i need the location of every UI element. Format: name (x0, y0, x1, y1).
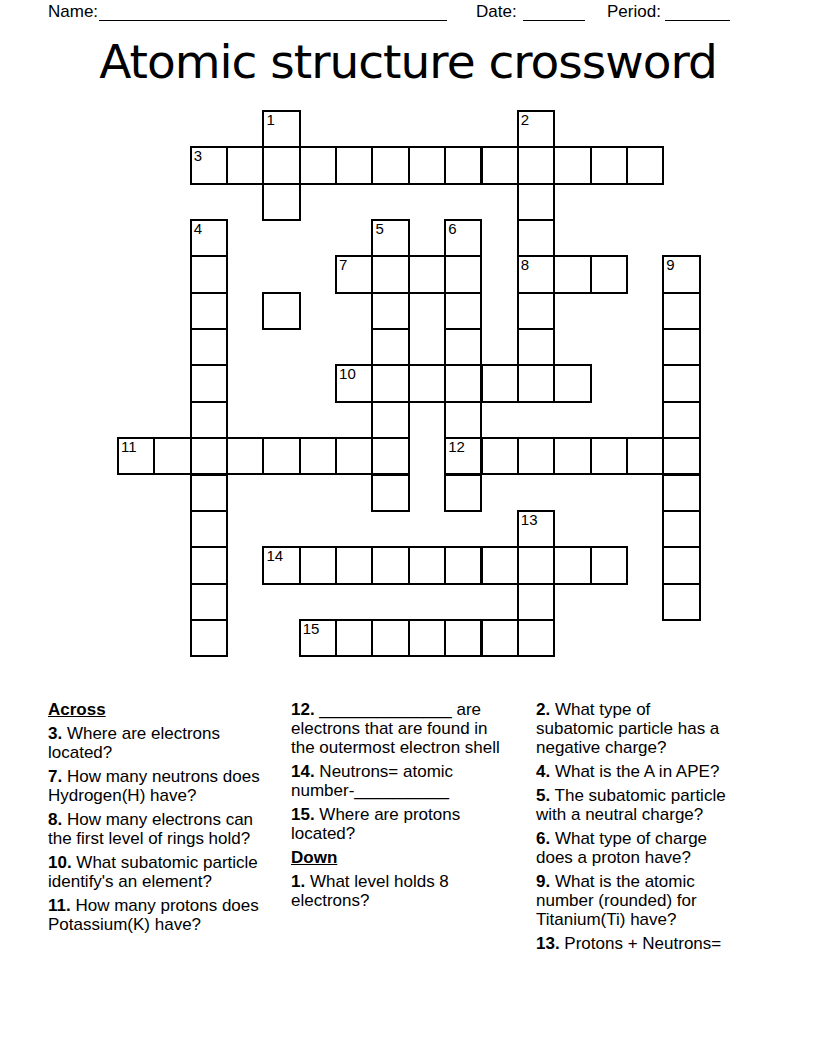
grid-cell-r4c13[interactable] (590, 255, 628, 293)
across-heading: Across (48, 700, 260, 720)
grid-cell-r12c6[interactable] (335, 546, 373, 584)
cell-number-5: 5 (375, 221, 383, 236)
clue-number: 12. (291, 700, 315, 719)
grid-cell-r4c15[interactable]: 9 (662, 255, 700, 293)
grid-cell-r14c10[interactable] (481, 619, 519, 657)
grid-cell-r9c1[interactable] (153, 437, 191, 475)
grid-cell-r4c6[interactable]: 7 (335, 255, 373, 293)
grid-cell-r13c11[interactable] (517, 583, 555, 621)
across-clue-14: 14. Neutrons= atomic number-__________ (291, 762, 503, 800)
cell-number-14: 14 (266, 548, 283, 563)
clue-number: 5. (536, 786, 550, 805)
grid-cell-r9c9[interactable]: 12 (444, 437, 482, 475)
grid-cell-r1c12[interactable] (553, 146, 591, 184)
grid-cell-r3c7[interactable]: 5 (371, 219, 409, 257)
grid-cell-r4c8[interactable] (408, 255, 446, 293)
cell-number-8: 8 (521, 257, 529, 272)
clue-column-1: Across3. Where are electrons located?7. … (48, 700, 260, 939)
grid-cell-r6c7[interactable] (371, 328, 409, 366)
grid-cell-r12c8[interactable] (408, 546, 446, 584)
across-clue-7: 7. How many neutrons does Hydrogen(H) ha… (48, 767, 260, 805)
grid-cell-r8c7[interactable] (371, 401, 409, 439)
grid-cell-r9c3[interactable] (226, 437, 264, 475)
grid-cell-r1c6[interactable] (335, 146, 373, 184)
cell-number-2: 2 (521, 112, 529, 127)
grid-cell-r7c9[interactable] (444, 364, 482, 402)
clue-number: 6. (536, 829, 550, 848)
clue-number: 13. (536, 934, 560, 953)
grid-cell-r1c11[interactable] (517, 146, 555, 184)
grid-cell-r10c15[interactable] (662, 474, 700, 512)
clue-number: 1. (291, 872, 305, 891)
grid-cell-r1c9[interactable] (444, 146, 482, 184)
grid-cell-r4c9[interactable] (444, 255, 482, 293)
grid-cell-r9c13[interactable] (590, 437, 628, 475)
grid-cell-r9c14[interactable] (626, 437, 664, 475)
grid-cell-r9c2[interactable] (190, 437, 228, 475)
grid-cell-r6c15[interactable] (662, 328, 700, 366)
grid-cell-r8c15[interactable] (662, 401, 700, 439)
grid-cell-r1c3[interactable] (226, 146, 264, 184)
grid-cell-r9c12[interactable] (553, 437, 591, 475)
grid-cell-r7c11[interactable] (517, 364, 555, 402)
grid-cell-r14c6[interactable] (335, 619, 373, 657)
grid-cell-r13c15[interactable] (662, 583, 700, 621)
cell-number-4: 4 (194, 221, 202, 236)
grid-cell-r7c7[interactable] (371, 364, 409, 402)
cell-number-10: 10 (339, 366, 356, 381)
down-clue-1: 1. What level holds 8 electrons? (291, 872, 503, 910)
clue-number: 7. (48, 767, 62, 786)
grid-cell-r5c2[interactable] (190, 292, 228, 330)
grid-cell-r5c15[interactable] (662, 292, 700, 330)
grid-cell-r11c2[interactable] (190, 510, 228, 548)
grid-cell-r0c4[interactable]: 1 (262, 110, 300, 148)
grid-cell-r1c7[interactable] (371, 146, 409, 184)
down-clue-4: 4. What is the A in APE? (536, 762, 732, 781)
grid-cell-r3c11[interactable] (517, 219, 555, 257)
grid-cell-r7c6[interactable]: 10 (335, 364, 373, 402)
clue-number: 8. (48, 810, 62, 829)
grid-cell-r7c15[interactable] (662, 364, 700, 402)
grid-cell-r9c11[interactable] (517, 437, 555, 475)
grid-cell-r14c5[interactable]: 15 (299, 619, 337, 657)
grid-cell-r8c9[interactable] (444, 401, 482, 439)
period-label: Period: (607, 2, 661, 22)
grid-cell-r2c11[interactable] (517, 183, 555, 221)
grid-cell-r9c7[interactable] (371, 437, 409, 475)
grid-cell-r1c13[interactable] (590, 146, 628, 184)
down-clue-13: 13. Protons + Neutrons= (536, 934, 732, 953)
down-heading: Down (291, 848, 503, 868)
grid-cell-r9c4[interactable] (262, 437, 300, 475)
clue-number: 15. (291, 805, 315, 824)
cell-number-3: 3 (194, 148, 202, 163)
grid-cell-r13c2[interactable] (190, 583, 228, 621)
grid-cell-r0c11[interactable]: 2 (517, 110, 555, 148)
grid-cell-r12c11[interactable] (517, 546, 555, 584)
page-title: Atomic structure crossword (0, 33, 816, 91)
cell-number-15: 15 (303, 621, 320, 636)
grid-cell-r11c11[interactable]: 13 (517, 510, 555, 548)
grid-cell-r3c9[interactable]: 6 (444, 219, 482, 257)
clue-number: 14. (291, 762, 315, 781)
cell-number-12: 12 (448, 439, 465, 454)
grid-cell-r5c7[interactable] (371, 292, 409, 330)
grid-cell-r4c7[interactable] (371, 255, 409, 293)
across-clue-11: 11. How many protons does Potassium(K) h… (48, 896, 260, 934)
across-clue-3: 3. Where are electrons located? (48, 724, 260, 762)
clue-column-2: 12. ______________ are electrons that ar… (291, 700, 503, 915)
across-clue-10: 10. What subatomic particle identify's a… (48, 853, 260, 891)
grid-cell-r9c0[interactable]: 11 (117, 437, 155, 475)
grid-cell-r6c11[interactable] (517, 328, 555, 366)
grid-cell-r3c2[interactable]: 4 (190, 219, 228, 257)
grid-cell-r4c11[interactable]: 8 (517, 255, 555, 293)
down-clue-5: 5. The subatomic particle with a neutral… (536, 786, 732, 824)
date-blank-line[interactable] (523, 4, 585, 21)
grid-cell-r6c9[interactable] (444, 328, 482, 366)
grid-cell-r12c12[interactable] (553, 546, 591, 584)
clue-number: 9. (536, 872, 550, 891)
grid-cell-r1c5[interactable] (299, 146, 337, 184)
grid-cell-r12c7[interactable] (371, 546, 409, 584)
cell-number-9: 9 (666, 257, 674, 272)
grid-cell-r1c10[interactable] (481, 146, 519, 184)
clue-number: 2. (536, 700, 550, 719)
down-clue-2: 2. What type of subatomic particle has a… (536, 700, 732, 757)
grid-cell-r8c2[interactable] (190, 401, 228, 439)
grid-cell-r14c2[interactable] (190, 619, 228, 657)
crossword-grid: 123456789101112131415 (117, 110, 701, 658)
grid-cell-r4c12[interactable] (553, 255, 591, 293)
grid-cell-r5c11[interactable] (517, 292, 555, 330)
grid-cell-r12c5[interactable] (299, 546, 337, 584)
clue-number: 4. (536, 762, 550, 781)
grid-cell-r2c4[interactable] (262, 183, 300, 221)
grid-cell-r11c15[interactable] (662, 510, 700, 548)
name-label: Name: (48, 2, 98, 22)
grid-cell-r7c12[interactable] (553, 364, 591, 402)
across-clue-15: 15. Where are protons located? (291, 805, 503, 843)
grid-cell-r10c9[interactable] (444, 474, 482, 512)
grid-cell-r9c10[interactable] (481, 437, 519, 475)
clue-column-3: 2. What type of subatomic particle has a… (536, 700, 732, 958)
clue-number: 10. (48, 853, 72, 872)
grid-cell-r4c2[interactable] (190, 255, 228, 293)
grid-cell-r9c15[interactable] (662, 437, 700, 475)
clue-number: 3. (48, 724, 62, 743)
grid-cell-r5c4[interactable] (262, 292, 300, 330)
grid-cell-r9c6[interactable] (335, 437, 373, 475)
grid-cell-r12c2[interactable] (190, 546, 228, 584)
grid-cell-r10c7[interactable] (371, 474, 409, 512)
grid-cell-r14c11[interactable] (517, 619, 555, 657)
grid-cell-r9c5[interactable] (299, 437, 337, 475)
cell-number-11: 11 (121, 439, 137, 454)
grid-cell-r14c9[interactable] (444, 619, 482, 657)
cell-number-1: 1 (266, 112, 274, 127)
name-blank-line[interactable] (99, 4, 447, 21)
grid-cell-r1c8[interactable] (408, 146, 446, 184)
grid-cell-r14c8[interactable] (408, 619, 446, 657)
grid-cell-r7c10[interactable] (481, 364, 519, 402)
cell-number-13: 13 (521, 512, 538, 527)
cell-number-7: 7 (339, 257, 347, 272)
grid-cell-r12c15[interactable] (662, 546, 700, 584)
date-label: Date: (476, 2, 517, 22)
grid-cell-r12c10[interactable] (481, 546, 519, 584)
grid-cell-r5c9[interactable] (444, 292, 482, 330)
cell-number-6: 6 (448, 221, 456, 236)
grid-cell-r12c9[interactable] (444, 546, 482, 584)
across-clue-12: 12. ______________ are electrons that ar… (291, 700, 503, 757)
down-clue-9: 9. What is the atomic number (rounded) f… (536, 872, 732, 929)
grid-cell-r14c7[interactable] (371, 619, 409, 657)
down-clue-6: 6. What type of charge does a proton hav… (536, 829, 732, 867)
grid-cell-r6c2[interactable] (190, 328, 228, 366)
grid-cell-r10c2[interactable] (190, 474, 228, 512)
grid-cell-r12c13[interactable] (590, 546, 628, 584)
across-clue-8: 8. How many electrons can the first leve… (48, 810, 260, 848)
grid-cell-r7c2[interactable] (190, 364, 228, 402)
grid-cell-r7c8[interactable] (408, 364, 446, 402)
grid-cell-r1c4[interactable] (262, 146, 300, 184)
period-blank-line[interactable] (665, 4, 730, 21)
grid-cell-r12c4[interactable]: 14 (262, 546, 300, 584)
grid-cell-r1c2[interactable]: 3 (190, 146, 228, 184)
clue-number: 11. (48, 896, 71, 915)
grid-cell-r1c14[interactable] (626, 146, 664, 184)
